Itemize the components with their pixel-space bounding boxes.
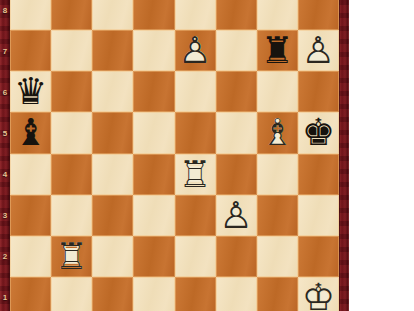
square-g2[interactable]: [257, 236, 298, 277]
rank-label-2: 2: [0, 252, 10, 261]
black-king-h5-icon[interactable]: ♚: [298, 112, 339, 153]
square-h1[interactable]: ♚♔: [298, 277, 339, 311]
square-f3[interactable]: ♟♙: [216, 195, 257, 236]
chessboard: ♟♙♜♟♙♛♝♝♗♚♜♖♟♙♜♖♚♔ 87654321: [0, 0, 349, 311]
square-b8[interactable]: [51, 0, 92, 30]
white-piece-outline: ♗: [257, 112, 298, 153]
square-a6[interactable]: ♛: [10, 71, 51, 112]
square-c1[interactable]: [92, 277, 133, 311]
square-h5[interactable]: ♚: [298, 112, 339, 153]
black-bishop-a5-icon[interactable]: ♝: [10, 112, 51, 153]
square-b4[interactable]: [51, 154, 92, 195]
square-g5[interactable]: ♝♗: [257, 112, 298, 153]
rank-label-1: 1: [0, 293, 10, 302]
square-g8[interactable]: [257, 0, 298, 30]
square-h7[interactable]: ♟♙: [298, 30, 339, 71]
square-f1[interactable]: [216, 277, 257, 311]
square-e2[interactable]: [175, 236, 216, 277]
square-b6[interactable]: [51, 71, 92, 112]
white-rook-b2-icon[interactable]: ♜♖: [51, 236, 92, 277]
white-king-h1-icon[interactable]: ♚♔: [298, 277, 339, 311]
square-e4[interactable]: ♜♖: [175, 154, 216, 195]
white-pawn-e7-icon[interactable]: ♟♙: [175, 30, 216, 71]
square-a1[interactable]: [10, 277, 51, 311]
square-c8[interactable]: [92, 0, 133, 30]
square-d8[interactable]: [133, 0, 174, 30]
square-c4[interactable]: [92, 154, 133, 195]
square-b1[interactable]: [51, 277, 92, 311]
rank-label-8: 8: [0, 5, 10, 14]
white-rook-e4-icon[interactable]: ♜♖: [175, 154, 216, 195]
square-b2[interactable]: ♜♖: [51, 236, 92, 277]
square-b7[interactable]: [51, 30, 92, 71]
square-c2[interactable]: [92, 236, 133, 277]
white-bishop-g5-icon[interactable]: ♝♗: [257, 112, 298, 153]
square-c5[interactable]: [92, 112, 133, 153]
page-background-gutter: [349, 0, 414, 311]
square-d1[interactable]: [133, 277, 174, 311]
square-f2[interactable]: [216, 236, 257, 277]
square-d3[interactable]: [133, 195, 174, 236]
square-h3[interactable]: [298, 195, 339, 236]
square-c6[interactable]: [92, 71, 133, 112]
square-e8[interactable]: [175, 0, 216, 30]
square-f7[interactable]: [216, 30, 257, 71]
square-a2[interactable]: [10, 236, 51, 277]
square-d7[interactable]: [133, 30, 174, 71]
white-pawn-f3-icon[interactable]: ♟♙: [216, 195, 257, 236]
square-h4[interactable]: [298, 154, 339, 195]
white-pawn-h7-icon[interactable]: ♟♙: [298, 30, 339, 71]
square-d4[interactable]: [133, 154, 174, 195]
square-c7[interactable]: [92, 30, 133, 71]
square-e3[interactable]: [175, 195, 216, 236]
chess-position-screenshot: ♟♙♜♟♙♛♝♝♗♚♜♖♟♙♜♖♚♔ 87654321: [0, 0, 414, 311]
white-piece-outline: ♙: [175, 30, 216, 71]
square-d2[interactable]: [133, 236, 174, 277]
rank-label-4: 4: [0, 170, 10, 179]
rank-label-6: 6: [0, 87, 10, 96]
square-a8[interactable]: [10, 0, 51, 30]
square-c3[interactable]: [92, 195, 133, 236]
square-b3[interactable]: [51, 195, 92, 236]
square-f8[interactable]: [216, 0, 257, 30]
white-piece-outline: ♖: [51, 236, 92, 277]
white-piece-outline: ♙: [298, 30, 339, 71]
square-h6[interactable]: [298, 71, 339, 112]
square-d6[interactable]: [133, 71, 174, 112]
square-f5[interactable]: [216, 112, 257, 153]
rank-label-7: 7: [0, 46, 10, 55]
board-border-right: [339, 0, 349, 311]
black-rook-g7-icon[interactable]: ♜: [257, 30, 298, 71]
square-g1[interactable]: [257, 277, 298, 311]
square-e5[interactable]: [175, 112, 216, 153]
square-g4[interactable]: [257, 154, 298, 195]
square-a5[interactable]: ♝: [10, 112, 51, 153]
white-piece-outline: ♖: [175, 154, 216, 195]
board-grid: ♟♙♜♟♙♛♝♝♗♚♜♖♟♙♜♖♚♔: [10, 0, 339, 311]
rank-label-3: 3: [0, 211, 10, 220]
square-g6[interactable]: [257, 71, 298, 112]
white-piece-outline: ♙: [216, 195, 257, 236]
square-a7[interactable]: [10, 30, 51, 71]
square-f4[interactable]: [216, 154, 257, 195]
square-b5[interactable]: [51, 112, 92, 153]
black-queen-a6-icon[interactable]: ♛: [10, 71, 51, 112]
board-border-left: 87654321: [0, 0, 10, 311]
square-d5[interactable]: [133, 112, 174, 153]
square-a4[interactable]: [10, 154, 51, 195]
square-e1[interactable]: [175, 277, 216, 311]
square-h8[interactable]: [298, 0, 339, 30]
square-g7[interactable]: ♜: [257, 30, 298, 71]
rank-label-5: 5: [0, 128, 10, 137]
square-f6[interactable]: [216, 71, 257, 112]
square-a3[interactable]: [10, 195, 51, 236]
white-piece-outline: ♔: [298, 277, 339, 311]
square-g3[interactable]: [257, 195, 298, 236]
square-h2[interactable]: [298, 236, 339, 277]
square-e7[interactable]: ♟♙: [175, 30, 216, 71]
square-e6[interactable]: [175, 71, 216, 112]
